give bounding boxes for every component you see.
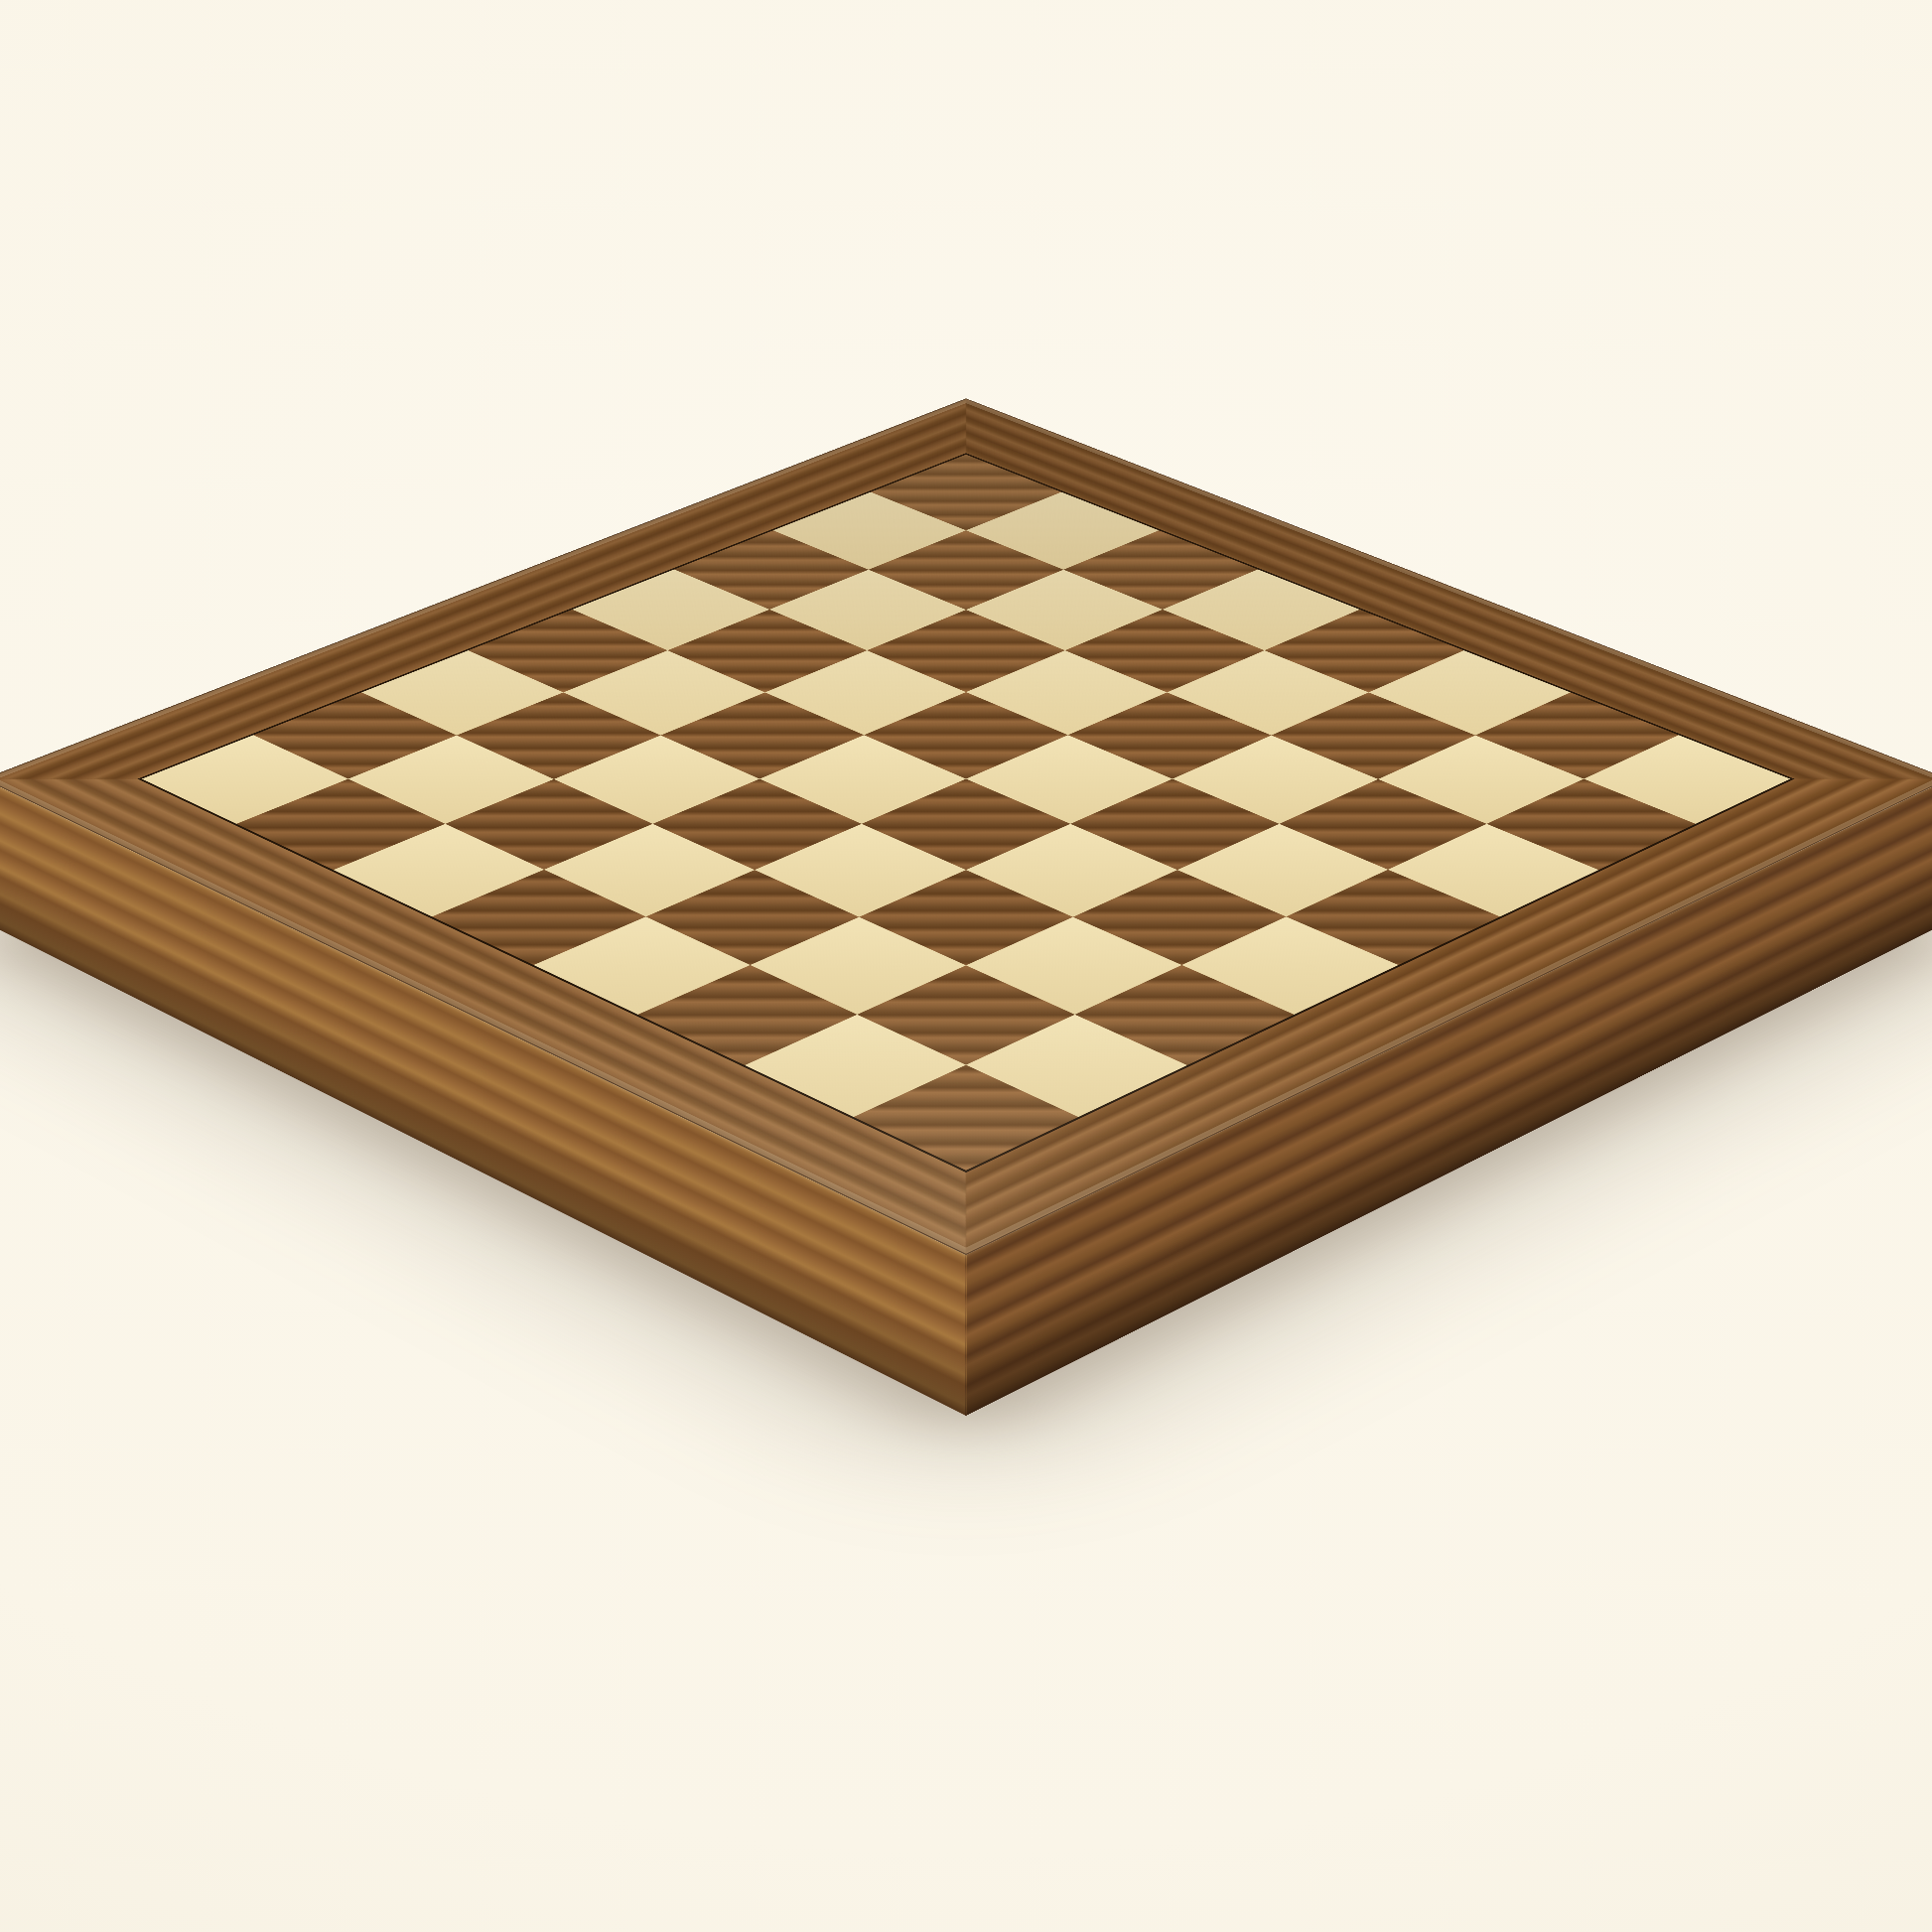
product-photo-stage <box>0 0 1932 1932</box>
board-3d-scene <box>0 0 1932 1932</box>
chess-board <box>0 399 1932 1256</box>
board-top-face <box>0 398 1932 1255</box>
